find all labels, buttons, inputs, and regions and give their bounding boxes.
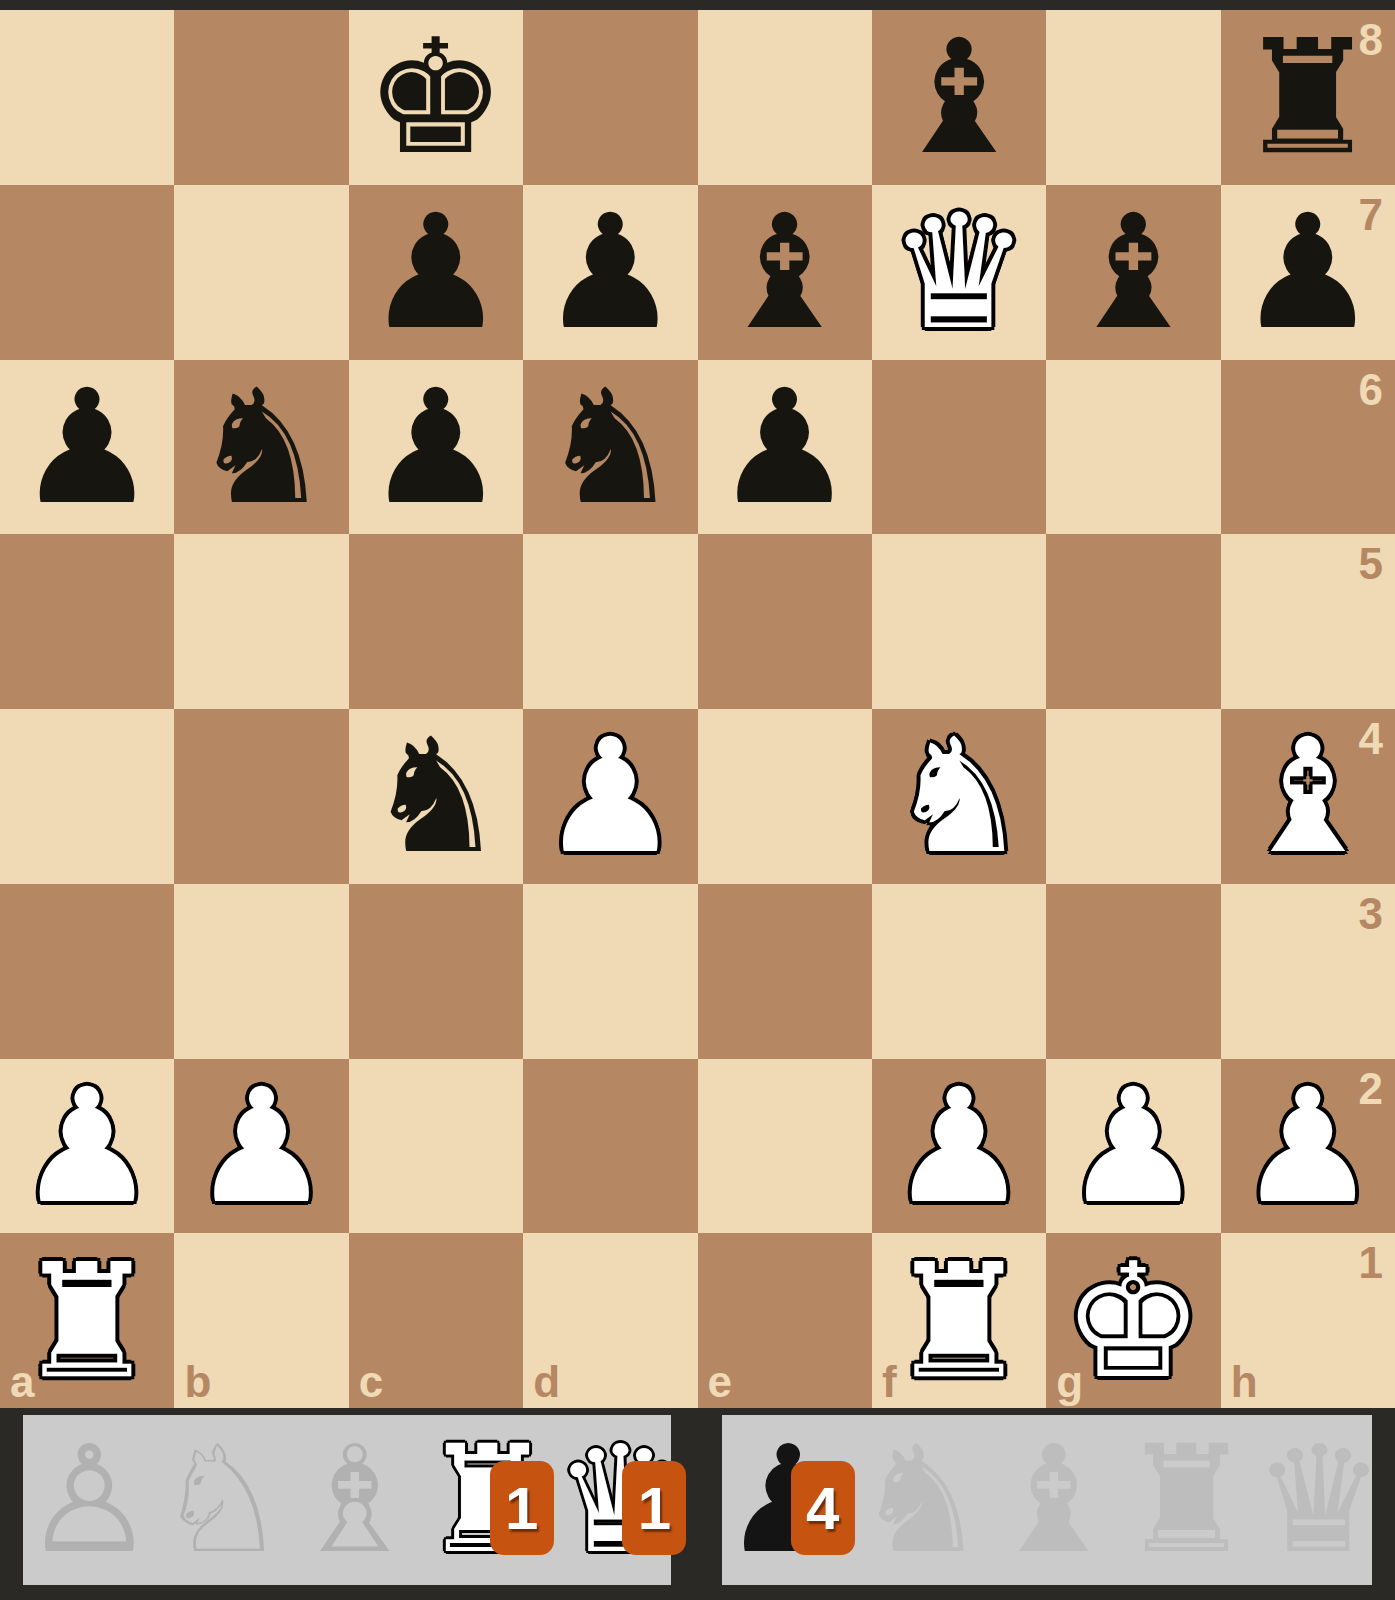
square-a8[interactable] xyxy=(0,10,174,185)
square-a2[interactable]: ♟ xyxy=(0,1059,174,1234)
black-pawn-h7[interactable]: ♟ xyxy=(1237,193,1379,351)
white-pocket-bishop-icon: ♗ xyxy=(288,1426,421,1574)
square-d5[interactable] xyxy=(523,534,697,709)
black-pocket-bishop[interactable]: ♝ xyxy=(987,1415,1120,1585)
square-d7[interactable]: ♟ xyxy=(523,185,697,360)
white-pocket-rook-count-badge: 1 xyxy=(490,1461,554,1555)
white-queen-f7[interactable]: ♛ xyxy=(888,193,1030,351)
file-label-f: f xyxy=(882,1360,897,1404)
rank-label-2: 2 xyxy=(1359,1067,1383,1111)
white-pocket-tray: ♙♘♗♜1♛1 xyxy=(23,1415,671,1585)
white-pocket-pawn-icon: ♙ xyxy=(23,1426,156,1574)
white-king-g1[interactable]: ♚ xyxy=(1063,1242,1205,1400)
rank-label-3: 3 xyxy=(1359,892,1383,936)
square-b7[interactable] xyxy=(174,185,348,360)
square-b3[interactable] xyxy=(174,884,348,1059)
white-pawn-d4[interactable]: ♟ xyxy=(539,717,681,875)
square-a7[interactable] xyxy=(0,185,174,360)
square-f8[interactable]: ♝ xyxy=(872,10,1046,185)
square-h7[interactable]: ♟7 xyxy=(1221,185,1395,360)
black-pocket-queen-icon: ♛ xyxy=(1253,1426,1386,1574)
square-f4[interactable]: ♞ xyxy=(872,709,1046,884)
square-g7[interactable]: ♝ xyxy=(1046,185,1220,360)
rank-label-4: 4 xyxy=(1359,717,1383,761)
black-pocket-rook-icon: ♜ xyxy=(1120,1426,1253,1574)
square-b1[interactable]: b xyxy=(174,1233,348,1408)
black-pocket-knight-icon: ♞ xyxy=(855,1426,988,1574)
black-pawn-e6[interactable]: ♟ xyxy=(714,368,856,526)
square-g5[interactable] xyxy=(1046,534,1220,709)
square-d4[interactable]: ♟ xyxy=(523,709,697,884)
rank-label-8: 8 xyxy=(1359,18,1383,62)
black-rook-h8[interactable]: ♜ xyxy=(1237,18,1379,176)
black-bishop-f8[interactable]: ♝ xyxy=(888,18,1030,176)
square-b5[interactable] xyxy=(174,534,348,709)
file-label-g: g xyxy=(1056,1360,1083,1404)
square-g1[interactable]: ♚g xyxy=(1046,1233,1220,1408)
black-pocket-pawn[interactable]: ♟4 xyxy=(722,1415,855,1585)
square-d8[interactable] xyxy=(523,10,697,185)
black-king-c8[interactable]: ♚ xyxy=(365,18,507,176)
rank-label-6: 6 xyxy=(1359,368,1383,412)
square-e7[interactable]: ♝ xyxy=(698,185,872,360)
file-label-e: e xyxy=(708,1360,732,1404)
white-pawn-g2[interactable]: ♟ xyxy=(1063,1067,1205,1225)
white-pocket-knight-icon: ♘ xyxy=(156,1426,289,1574)
square-g3[interactable] xyxy=(1046,884,1220,1059)
white-knight-f4[interactable]: ♞ xyxy=(888,717,1030,875)
crazyhouse-board-screen: ♚♝♜8♟♟♝♛♝♟7♟♞♟♞♟65♞♟♞♝43♟♟♟♟♟2♜abcde♜f♚g… xyxy=(0,0,1395,1600)
square-a3[interactable] xyxy=(0,884,174,1059)
square-a6[interactable]: ♟ xyxy=(0,360,174,535)
file-label-h: h xyxy=(1231,1360,1258,1404)
white-pocket-rook[interactable]: ♜1 xyxy=(421,1415,554,1585)
square-g2[interactable]: ♟ xyxy=(1046,1059,1220,1234)
square-b4[interactable] xyxy=(174,709,348,884)
white-pocket-queen[interactable]: ♛1 xyxy=(554,1415,687,1585)
black-pocket-pawn-count-badge: 4 xyxy=(791,1461,855,1555)
white-pawn-f2[interactable]: ♟ xyxy=(888,1067,1030,1225)
white-pawn-b2[interactable]: ♟ xyxy=(191,1067,333,1225)
square-h1[interactable]: h1 xyxy=(1221,1233,1395,1408)
file-label-a: a xyxy=(10,1360,34,1404)
square-c6[interactable]: ♟ xyxy=(349,360,523,535)
white-rook-a1[interactable]: ♜ xyxy=(16,1242,158,1400)
black-pawn-c6[interactable]: ♟ xyxy=(365,368,507,526)
square-f6[interactable] xyxy=(872,360,1046,535)
black-knight-c4[interactable]: ♞ xyxy=(365,717,507,875)
square-c4[interactable]: ♞ xyxy=(349,709,523,884)
rank-label-1: 1 xyxy=(1359,1241,1383,1285)
square-g4[interactable] xyxy=(1046,709,1220,884)
square-e1[interactable]: e xyxy=(698,1233,872,1408)
rank-label-5: 5 xyxy=(1359,542,1383,586)
square-d6[interactable]: ♞ xyxy=(523,360,697,535)
square-a4[interactable] xyxy=(0,709,174,884)
square-c8[interactable]: ♚ xyxy=(349,10,523,185)
black-knight-d6[interactable]: ♞ xyxy=(539,368,681,526)
square-h6[interactable]: 6 xyxy=(1221,360,1395,535)
square-f1[interactable]: ♜f xyxy=(872,1233,1046,1408)
square-f2[interactable]: ♟ xyxy=(872,1059,1046,1234)
square-h4[interactable]: ♝4 xyxy=(1221,709,1395,884)
square-b8[interactable] xyxy=(174,10,348,185)
square-e5[interactable] xyxy=(698,534,872,709)
square-h8[interactable]: ♜8 xyxy=(1221,10,1395,185)
board: ♚♝♜8♟♟♝♛♝♟7♟♞♟♞♟65♞♟♞♝43♟♟♟♟♟2♜abcde♜f♚g… xyxy=(0,10,1395,1408)
white-pocket-bishop[interactable]: ♗ xyxy=(288,1415,421,1585)
square-a5[interactable] xyxy=(0,534,174,709)
black-pawn-c7[interactable]: ♟ xyxy=(365,193,507,351)
file-label-c: c xyxy=(359,1360,383,1404)
black-pocket-tray: ♟4♞♝♜♛ xyxy=(722,1415,1372,1585)
square-c3[interactable] xyxy=(349,884,523,1059)
white-pocket-knight[interactable]: ♘ xyxy=(156,1415,289,1585)
square-d1[interactable]: d xyxy=(523,1233,697,1408)
square-e4[interactable] xyxy=(698,709,872,884)
white-pawn-a2[interactable]: ♟ xyxy=(16,1067,158,1225)
square-c7[interactable]: ♟ xyxy=(349,185,523,360)
square-c2[interactable] xyxy=(349,1059,523,1234)
square-f5[interactable] xyxy=(872,534,1046,709)
square-c1[interactable]: c xyxy=(349,1233,523,1408)
square-d2[interactable] xyxy=(523,1059,697,1234)
square-f7[interactable]: ♛ xyxy=(872,185,1046,360)
square-h3[interactable]: 3 xyxy=(1221,884,1395,1059)
square-h5[interactable]: 5 xyxy=(1221,534,1395,709)
square-g8[interactable] xyxy=(1046,10,1220,185)
black-pawn-d7[interactable]: ♟ xyxy=(539,193,681,351)
white-pocket-pawn[interactable]: ♙ xyxy=(23,1415,156,1585)
square-f3[interactable] xyxy=(872,884,1046,1059)
file-label-b: b xyxy=(184,1360,211,1404)
square-g6[interactable] xyxy=(1046,360,1220,535)
square-a1[interactable]: ♜a xyxy=(0,1233,174,1408)
black-pocket-knight[interactable]: ♞ xyxy=(855,1415,988,1585)
square-b2[interactable]: ♟ xyxy=(174,1059,348,1234)
black-pawn-a6[interactable]: ♟ xyxy=(16,368,158,526)
square-d3[interactable] xyxy=(523,884,697,1059)
white-pawn-h2[interactable]: ♟ xyxy=(1237,1067,1379,1225)
black-pocket-rook[interactable]: ♜ xyxy=(1120,1415,1253,1585)
black-bishop-e7[interactable]: ♝ xyxy=(714,193,856,351)
white-rook-f1[interactable]: ♜ xyxy=(888,1242,1030,1400)
square-e6[interactable]: ♟ xyxy=(698,360,872,535)
white-bishop-h4[interactable]: ♝ xyxy=(1237,717,1379,875)
black-bishop-g7[interactable]: ♝ xyxy=(1063,193,1205,351)
square-e8[interactable] xyxy=(698,10,872,185)
square-e2[interactable] xyxy=(698,1059,872,1234)
square-c5[interactable] xyxy=(349,534,523,709)
square-b6[interactable]: ♞ xyxy=(174,360,348,535)
black-pocket-bishop-icon: ♝ xyxy=(987,1426,1120,1574)
black-pocket-queen[interactable]: ♛ xyxy=(1253,1415,1386,1585)
rank-label-7: 7 xyxy=(1359,193,1383,237)
black-knight-b6[interactable]: ♞ xyxy=(191,368,333,526)
square-e3[interactable] xyxy=(698,884,872,1059)
white-pocket-queen-count-badge: 1 xyxy=(622,1461,686,1555)
file-label-d: d xyxy=(533,1360,560,1404)
square-h2[interactable]: ♟2 xyxy=(1221,1059,1395,1234)
